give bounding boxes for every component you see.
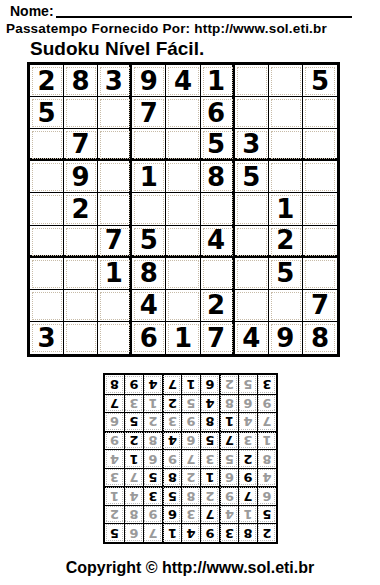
solution-cell-r4c5: 2 xyxy=(181,468,200,487)
solution-cell-r9c2: 5 xyxy=(238,375,257,394)
puzzle-grid: 283941557675391852175421854273617498 xyxy=(27,62,340,357)
solution-cell-r2c5: 3 xyxy=(181,505,200,524)
solution-cell-r2c1: 5 xyxy=(257,505,276,524)
puzzle-cell-r6c6: 4 xyxy=(201,226,235,258)
solution-cell-r1c4: 9 xyxy=(200,523,219,542)
puzzle-cell-r9c4: 6 xyxy=(132,322,166,354)
puzzle-cell-r3c1[interactable] xyxy=(30,129,64,161)
puzzle-cell-r1c7[interactable] xyxy=(235,65,269,97)
solution-cell-r6c8: 2 xyxy=(124,431,143,450)
puzzle-cell-r9c2[interactable] xyxy=(64,322,98,354)
puzzle-cell-r1c6: 1 xyxy=(201,65,235,97)
solution-cell-r9c7: 4 xyxy=(143,375,162,394)
puzzle-cell-r7c6[interactable] xyxy=(201,258,235,290)
solution-cell-r4c4: 1 xyxy=(200,468,219,487)
solution-cell-r2c9: 2 xyxy=(105,505,124,524)
puzzle-cell-r1c1: 2 xyxy=(30,65,64,97)
puzzle-cell-r8c1[interactable] xyxy=(30,290,64,322)
solution-cell-r4c1: 4 xyxy=(257,468,276,487)
puzzle-cell-r7c4: 8 xyxy=(132,258,166,290)
solution-cell-r6c3: 7 xyxy=(219,431,238,450)
page-title: Sudoku Nível Fácil. xyxy=(30,38,204,60)
solution-cell-r2c2: 1 xyxy=(238,505,257,524)
solution-cell-r8c7: 1 xyxy=(143,394,162,413)
solution-cell-r4c7: 5 xyxy=(143,468,162,487)
puzzle-cell-r3c2: 7 xyxy=(64,129,98,161)
puzzle-cell-r8c6: 2 xyxy=(201,290,235,322)
solution-cell-r4c9: 3 xyxy=(105,468,124,487)
puzzle-cell-r4c6: 8 xyxy=(201,161,235,193)
puzzle-cell-r4c1[interactable] xyxy=(30,161,64,193)
solution-cell-r5c8: 1 xyxy=(124,449,143,468)
solution-cell-r6c4: 5 xyxy=(200,431,219,450)
puzzle-cell-r9c7: 4 xyxy=(235,322,269,354)
solution-cell-r8c6: 2 xyxy=(162,394,181,413)
puzzle-cell-r3c6: 5 xyxy=(201,129,235,161)
solution-cell-r8c4: 4 xyxy=(200,394,219,413)
puzzle-cell-r1c8[interactable] xyxy=(269,65,303,97)
solution-cell-r8c5: 5 xyxy=(181,394,200,413)
solution-cell-r3c7: 3 xyxy=(143,486,162,505)
solution-cell-r9c4: 6 xyxy=(200,375,219,394)
puzzle-cell-r2c2[interactable] xyxy=(64,97,98,129)
solution-cell-r6c2: 3 xyxy=(238,431,257,450)
solution-cell-r8c3: 8 xyxy=(219,394,238,413)
solution-cell-r9c9: 8 xyxy=(105,375,124,394)
solution-cell-r6c6: 4 xyxy=(162,431,181,450)
puzzle-cell-r1c9: 5 xyxy=(303,65,337,97)
solution-cell-r5c1: 8 xyxy=(257,449,276,468)
solution-cell-r7c9: 6 xyxy=(105,412,124,431)
puzzle-cell-r5c2: 2 xyxy=(64,193,98,225)
puzzle-cell-r6c2[interactable] xyxy=(64,226,98,258)
solution-cell-r4c6: 8 xyxy=(162,468,181,487)
puzzle-cell-r8c2[interactable] xyxy=(64,290,98,322)
puzzle-cell-r3c9[interactable] xyxy=(303,129,337,161)
solution-cell-r5c3: 5 xyxy=(219,449,238,468)
puzzle-cell-r9c1: 3 xyxy=(30,322,64,354)
puzzle-cell-r9c9: 8 xyxy=(303,322,337,354)
name-label: Nome: xyxy=(10,3,54,19)
solution-cell-r9c6: 7 xyxy=(162,375,181,394)
solution-cell-r7c2: 4 xyxy=(238,412,257,431)
puzzle-cell-r6c1[interactable] xyxy=(30,226,64,258)
puzzle-cell-r6c7[interactable] xyxy=(235,226,269,258)
solution-cell-r1c2: 8 xyxy=(238,523,257,542)
puzzle-cell-r9c6: 7 xyxy=(201,322,235,354)
solution-cell-r4c8: 7 xyxy=(124,468,143,487)
solution-cell-r9c5: 1 xyxy=(181,375,200,394)
puzzle-cell-r3c4[interactable] xyxy=(132,129,166,161)
solution-cell-r1c8: 6 xyxy=(124,523,143,542)
solution-cell-r4c2: 9 xyxy=(238,468,257,487)
puzzle-cell-r7c5[interactable] xyxy=(166,258,200,290)
puzzle-cell-r3c7: 3 xyxy=(235,129,269,161)
puzzle-cell-r5c6[interactable] xyxy=(201,193,235,225)
solution-cell-r8c9: 7 xyxy=(105,394,124,413)
puzzle-cell-r2c5[interactable] xyxy=(166,97,200,129)
puzzle-cell-r5c8: 1 xyxy=(269,193,303,225)
puzzle-cell-r6c3: 7 xyxy=(98,226,132,258)
puzzle-cell-r4c4: 1 xyxy=(132,161,166,193)
puzzle-cell-r7c8: 5 xyxy=(269,258,303,290)
solution-cell-r7c1: 7 xyxy=(257,412,276,431)
puzzle-cell-r5c5[interactable] xyxy=(166,193,200,225)
puzzle-cell-r3c3[interactable] xyxy=(98,129,132,161)
solution-cell-r6c9: 9 xyxy=(105,431,124,450)
puzzle-cell-r4c2: 9 xyxy=(64,161,98,193)
solution-cell-r3c5: 8 xyxy=(181,486,200,505)
solution-cell-r5c6: 9 xyxy=(162,449,181,468)
copyright-text: Copyright © http://www.sol.eti.br xyxy=(0,559,380,577)
solution-cell-r7c7: 2 xyxy=(143,412,162,431)
solution-cell-r8c2: 6 xyxy=(238,394,257,413)
puzzle-cell-r7c9[interactable] xyxy=(303,258,337,290)
solution-cell-r2c7: 9 xyxy=(143,505,162,524)
solution-cell-r1c3: 3 xyxy=(219,523,238,542)
puzzle-cell-r6c5[interactable] xyxy=(166,226,200,258)
puzzle-cell-r4c8[interactable] xyxy=(269,161,303,193)
puzzle-cell-r3c5[interactable] xyxy=(166,129,200,161)
solution-cell-r7c6: 3 xyxy=(162,412,181,431)
puzzle-cell-r8c9: 7 xyxy=(303,290,337,322)
name-blank-line[interactable] xyxy=(56,4,352,18)
solution-cell-r2c8: 8 xyxy=(124,505,143,524)
solution-cell-r1c1: 2 xyxy=(257,523,276,542)
puzzle-cell-r9c3[interactable] xyxy=(98,322,132,354)
solution-cell-r9c1: 3 xyxy=(257,375,276,394)
solution-cell-r7c4: 8 xyxy=(200,412,219,431)
solution-cell-r3c2: 7 xyxy=(238,486,257,505)
solution-cell-r5c5: 7 xyxy=(181,449,200,468)
solution-cell-r3c8: 4 xyxy=(124,486,143,505)
solution-cell-r1c6: 1 xyxy=(162,523,181,542)
solution-cell-r1c7: 7 xyxy=(143,523,162,542)
solution-cell-r2c6: 6 xyxy=(162,505,181,524)
solution-grid: 2839417655147369826792853414961285738253… xyxy=(103,373,278,544)
puzzle-cell-r2c3[interactable] xyxy=(98,97,132,129)
solution-cell-r9c8: 9 xyxy=(124,375,143,394)
puzzle-cell-r2c6: 6 xyxy=(201,97,235,129)
puzzle-cell-r3c8[interactable] xyxy=(269,129,303,161)
puzzle-cell-r5c4[interactable] xyxy=(132,193,166,225)
puzzle-cell-r9c5: 1 xyxy=(166,322,200,354)
solution-cell-r3c3: 9 xyxy=(219,486,238,505)
puzzle-cell-r1c4: 9 xyxy=(132,65,166,97)
solution-cell-r8c8: 3 xyxy=(124,394,143,413)
solution-cell-r5c9: 4 xyxy=(105,449,124,468)
puzzle-cell-r7c3: 1 xyxy=(98,258,132,290)
puzzle-cell-r7c7[interactable] xyxy=(235,258,269,290)
puzzle-cell-r2c7[interactable] xyxy=(235,97,269,129)
solution-cell-r3c4: 2 xyxy=(200,486,219,505)
provider-line: Passatempo Fornecido Por: http://www.sol… xyxy=(6,21,327,36)
solution-cell-r4c3: 6 xyxy=(219,468,238,487)
puzzle-cell-r6c9[interactable] xyxy=(303,226,337,258)
puzzle-cell-r9c8: 9 xyxy=(269,322,303,354)
puzzle-cell-r4c7: 5 xyxy=(235,161,269,193)
puzzle-cell-r8c5[interactable] xyxy=(166,290,200,322)
solution-cell-r6c1: 1 xyxy=(257,431,276,450)
solution-cell-r5c2: 2 xyxy=(238,449,257,468)
page: { "game": "sudoku", "header": { "name_la… xyxy=(0,0,380,585)
solution-cell-r6c7: 8 xyxy=(143,431,162,450)
solution-cell-r5c7: 6 xyxy=(143,449,162,468)
puzzle-cell-r5c3[interactable] xyxy=(98,193,132,225)
puzzle-cell-r5c1[interactable] xyxy=(30,193,64,225)
puzzle-cell-r2c8[interactable] xyxy=(269,97,303,129)
puzzle-cell-r1c5: 4 xyxy=(166,65,200,97)
name-row: Nome: xyxy=(10,3,352,19)
puzzle-cell-r5c7[interactable] xyxy=(235,193,269,225)
puzzle-cell-r4c5[interactable] xyxy=(166,161,200,193)
puzzle-cell-r5c9[interactable] xyxy=(303,193,337,225)
solution-cell-r6c5: 6 xyxy=(181,431,200,450)
solution-cell-r2c3: 4 xyxy=(219,505,238,524)
puzzle-cell-r4c3[interactable] xyxy=(98,161,132,193)
puzzle-cell-r4c9[interactable] xyxy=(303,161,337,193)
solution-cell-r3c1: 6 xyxy=(257,486,276,505)
puzzle-cell-r8c7[interactable] xyxy=(235,290,269,322)
solution-cell-r3c6: 5 xyxy=(162,486,181,505)
puzzle-cell-r6c4: 5 xyxy=(132,226,166,258)
solution-cell-r1c5: 4 xyxy=(181,523,200,542)
puzzle-cell-r7c1[interactable] xyxy=(30,258,64,290)
puzzle-cell-r8c3[interactable] xyxy=(98,290,132,322)
solution-cell-r7c8: 5 xyxy=(124,412,143,431)
puzzle-cell-r8c4: 4 xyxy=(132,290,166,322)
solution-cell-r9c3: 2 xyxy=(219,375,238,394)
solution-cell-r7c5: 9 xyxy=(181,412,200,431)
puzzle-cell-r2c1: 5 xyxy=(30,97,64,129)
solution-cell-r7c3: 1 xyxy=(219,412,238,431)
puzzle-cell-r2c9[interactable] xyxy=(303,97,337,129)
puzzle-cell-r2c4: 7 xyxy=(132,97,166,129)
puzzle-cell-r8c8[interactable] xyxy=(269,290,303,322)
puzzle-cell-r6c8: 2 xyxy=(269,226,303,258)
solution-cell-r3c9: 1 xyxy=(105,486,124,505)
solution-cell-r8c1: 9 xyxy=(257,394,276,413)
solution-cell-r5c4: 3 xyxy=(200,449,219,468)
puzzle-cell-r1c2: 8 xyxy=(64,65,98,97)
puzzle-cell-r1c3: 3 xyxy=(98,65,132,97)
solution-cell-r2c4: 7 xyxy=(200,505,219,524)
solution-cell-r1c9: 5 xyxy=(105,523,124,542)
puzzle-cell-r7c2[interactable] xyxy=(64,258,98,290)
